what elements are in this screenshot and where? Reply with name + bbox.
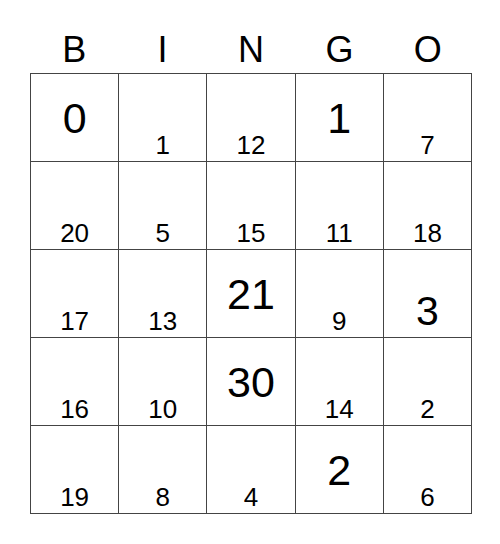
cell-number: 14 — [296, 396, 383, 422]
bingo-cell-r4c3[interactable]: 30 — [207, 338, 294, 425]
bingo-cell-r5c4[interactable]: 2 — [296, 426, 383, 513]
bingo-header-row: BINGO — [30, 0, 472, 73]
bingo-cell-r1c5[interactable]: 7 — [384, 74, 471, 161]
bingo-cell-r3c3[interactable]: 21 — [207, 250, 294, 337]
bingo-cell-r1c1[interactable]: 0 — [31, 74, 118, 161]
column-letter-G: G — [295, 32, 383, 73]
column-letter-N: N — [207, 32, 295, 73]
cell-number: 16 — [31, 396, 118, 422]
bingo-cell-r5c3[interactable]: 4 — [207, 426, 294, 513]
cell-number: 7 — [384, 132, 471, 158]
bingo-cell-r2c2[interactable]: 5 — [119, 162, 206, 249]
cell-number: 21 — [207, 272, 294, 315]
cell-number: 1 — [119, 132, 206, 158]
bingo-cell-r1c3[interactable]: 12 — [207, 74, 294, 161]
bingo-cell-r3c4[interactable]: 9 — [296, 250, 383, 337]
cell-number: 11 — [296, 220, 383, 246]
cell-number: 6 — [384, 484, 471, 510]
bingo-cell-r4c2[interactable]: 10 — [119, 338, 206, 425]
cell-number: 3 — [384, 291, 471, 332]
column-letter-B: B — [30, 32, 118, 73]
cell-number: 12 — [207, 132, 294, 158]
cell-number: 9 — [296, 308, 383, 334]
cell-number: 18 — [384, 220, 471, 246]
bingo-cell-r5c2[interactable]: 8 — [119, 426, 206, 513]
column-letter-O: O — [384, 32, 472, 73]
cell-number: 8 — [119, 484, 206, 510]
cell-number: 30 — [207, 360, 294, 403]
bingo-cell-r1c2[interactable]: 1 — [119, 74, 206, 161]
bingo-cell-r2c1[interactable]: 20 — [31, 162, 118, 249]
column-letter-I: I — [118, 32, 206, 73]
bingo-cell-r3c2[interactable]: 13 — [119, 250, 206, 337]
bingo-cell-r2c5[interactable]: 18 — [384, 162, 471, 249]
cell-number: 20 — [31, 220, 118, 246]
cell-number: 10 — [119, 396, 206, 422]
bingo-grid: 01121720515111817132193161030142198426 — [30, 73, 472, 514]
bingo-cell-r3c5[interactable]: 3 — [384, 250, 471, 337]
bingo-cell-r3c1[interactable]: 17 — [31, 250, 118, 337]
cell-number: 5 — [119, 220, 206, 246]
cell-number: 2 — [296, 448, 383, 491]
bingo-cell-r2c3[interactable]: 15 — [207, 162, 294, 249]
bingo-cell-r4c1[interactable]: 16 — [31, 338, 118, 425]
cell-number: 2 — [384, 396, 471, 422]
cell-number: 4 — [207, 484, 294, 510]
cell-number: 17 — [31, 308, 118, 334]
bingo-cell-r4c5[interactable]: 2 — [384, 338, 471, 425]
cell-number: 0 — [31, 96, 118, 139]
bingo-cell-r5c5[interactable]: 6 — [384, 426, 471, 513]
bingo-card: BINGO 0112172051511181713219316103014219… — [0, 0, 500, 544]
cell-number: 15 — [207, 220, 294, 246]
bingo-cell-r2c4[interactable]: 11 — [296, 162, 383, 249]
bingo-cell-r1c4[interactable]: 1 — [296, 74, 383, 161]
cell-number: 1 — [296, 96, 383, 139]
bingo-cell-r4c4[interactable]: 14 — [296, 338, 383, 425]
bingo-cell-r5c1[interactable]: 19 — [31, 426, 118, 513]
cell-number: 19 — [31, 484, 118, 510]
cell-number: 13 — [119, 308, 206, 334]
